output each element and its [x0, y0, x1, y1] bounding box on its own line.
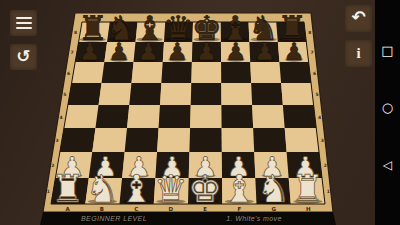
rank-label-left-8: 8: [74, 30, 77, 35]
rank-label-left-1: 1: [47, 189, 50, 194]
square-f3[interactable]: [222, 128, 255, 152]
piece-black-p-c7[interactable]: ♟: [137, 38, 159, 66]
rank-label-right-8: 8: [308, 30, 311, 35]
piece-white-k-e1[interactable]: ♚: [188, 167, 222, 211]
piece-white-r-a1[interactable]: ♜: [51, 167, 85, 211]
piece-black-p-b7[interactable]: ♟: [108, 38, 130, 66]
rank-label-left-5: 5: [63, 92, 66, 97]
rank-label-left-4: 4: [59, 115, 62, 120]
piece-black-p-g7[interactable]: ♟: [254, 38, 276, 66]
square-c4[interactable]: [127, 105, 160, 128]
info-icon: i: [356, 45, 360, 62]
undo-icon: ↶: [351, 9, 365, 26]
piece-black-p-h7[interactable]: ♟: [283, 38, 305, 66]
square-h5[interactable]: [281, 83, 313, 105]
piece-white-n-b1[interactable]: ♞: [85, 167, 119, 211]
square-g5[interactable]: [251, 83, 283, 105]
rank-label-right-7: 7: [311, 50, 314, 55]
piece-black-p-d7[interactable]: ♟: [167, 38, 189, 66]
square-d5[interactable]: [160, 83, 191, 105]
home-button[interactable]: ○: [375, 101, 400, 114]
recents-button[interactable]: □: [375, 44, 400, 57]
piece-white-b-c1[interactable]: ♝: [120, 167, 154, 211]
rank-label-right-4: 4: [318, 115, 321, 120]
rank-label-right-3: 3: [321, 138, 324, 143]
rotate-board-button[interactable]: ↺: [10, 44, 37, 70]
rank-label-left-7: 7: [70, 50, 73, 55]
hamburger-icon: [16, 17, 32, 30]
menu-button[interactable]: [10, 10, 37, 36]
move-indicator: 1. White's move: [226, 215, 282, 222]
piece-black-p-f7[interactable]: ♟: [225, 38, 247, 66]
piece-white-r-h1[interactable]: ♜: [291, 167, 325, 211]
square-h4[interactable]: [283, 105, 316, 128]
square-f4[interactable]: [221, 105, 253, 128]
square-b3[interactable]: [92, 128, 127, 152]
rank-label-left-3: 3: [55, 138, 58, 143]
undo-button[interactable]: ↶: [345, 5, 372, 32]
level-label: BEGINNER LEVEL: [81, 215, 147, 222]
piece-white-q-d1[interactable]: ♛: [154, 167, 188, 211]
square-h3[interactable]: [285, 128, 319, 152]
square-e4[interactable]: [190, 105, 222, 128]
android-navbar: □ ○ ◁: [375, 0, 400, 225]
square-d4[interactable]: [159, 105, 191, 128]
square-e5[interactable]: [191, 83, 222, 105]
piece-black-p-a7[interactable]: ♟: [79, 38, 101, 66]
rank-label-right-6: 6: [313, 71, 316, 76]
piece-white-n-g1[interactable]: ♞: [257, 167, 291, 211]
square-d3[interactable]: [157, 128, 190, 152]
app-screen: 8877665544332211ABCDEFGH♜♞♝♛♚♝♞♜♟♟♟♟♟♟♟♟…: [0, 0, 400, 225]
square-b5[interactable]: [99, 83, 132, 105]
square-c3[interactable]: [125, 128, 159, 152]
square-e3[interactable]: [189, 128, 221, 152]
square-f5[interactable]: [221, 83, 252, 105]
rank-label-right-1: 1: [327, 189, 330, 194]
piece-white-b-f1[interactable]: ♝: [222, 167, 256, 211]
square-a3[interactable]: [60, 128, 96, 152]
square-a5[interactable]: [68, 83, 102, 105]
back-button[interactable]: ◁: [375, 159, 400, 172]
square-b4[interactable]: [95, 105, 129, 128]
rank-label-right-5: 5: [315, 92, 318, 97]
rotate-icon: ↺: [16, 48, 30, 65]
square-g3[interactable]: [253, 128, 286, 152]
piece-black-p-e7[interactable]: ♟: [196, 38, 218, 66]
square-c5[interactable]: [129, 83, 161, 105]
chess-board: 8877665544332211ABCDEFGH♜♞♝♛♚♝♞♜♟♟♟♟♟♟♟♟…: [0, 0, 400, 225]
rank-label-left-6: 6: [67, 71, 70, 76]
square-a4[interactable]: [64, 105, 99, 128]
info-button[interactable]: i: [345, 40, 372, 67]
square-g4[interactable]: [252, 105, 285, 128]
